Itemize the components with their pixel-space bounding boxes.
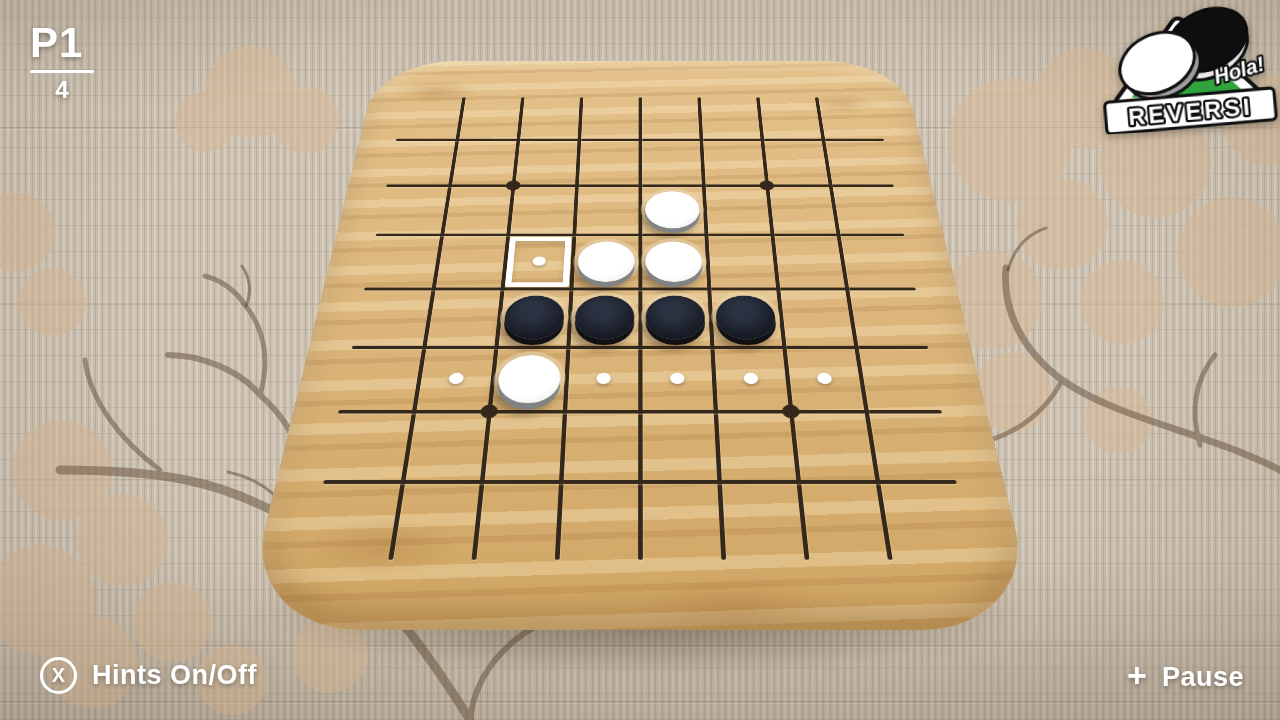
player1-score: 4 xyxy=(30,76,94,104)
hints-toggle-button[interactable]: X Hints On/Off xyxy=(40,657,257,694)
black-disc xyxy=(503,296,566,340)
cell-d6[interactable] xyxy=(565,347,640,411)
cell-c6[interactable] xyxy=(489,347,568,411)
cell-d4[interactable] xyxy=(571,235,640,289)
black-disc xyxy=(574,296,634,340)
player1-label: P1 xyxy=(30,20,94,66)
white-disc xyxy=(577,241,635,281)
legal-move-hint-dot xyxy=(816,373,832,384)
black-disc xyxy=(646,296,706,340)
cell-e4[interactable] xyxy=(640,235,709,289)
cell-d5[interactable] xyxy=(568,289,640,348)
hints-label: Hints On/Off xyxy=(92,660,257,691)
legal-move-hint-dot xyxy=(743,373,758,384)
score-divider xyxy=(30,70,94,73)
cell-f6[interactable] xyxy=(712,347,791,411)
legal-move-hint-dot xyxy=(670,373,685,384)
player1-score-panel: P1 4 xyxy=(30,20,94,104)
white-disc xyxy=(645,191,700,228)
cell-e5[interactable] xyxy=(640,289,712,348)
legal-move-hint-dot xyxy=(448,373,464,384)
cells-layer xyxy=(307,97,973,559)
pause-label: Pause xyxy=(1162,662,1244,693)
board-scene xyxy=(0,0,1280,720)
board-grid[interactable] xyxy=(307,97,973,559)
cell-g6[interactable] xyxy=(784,347,866,411)
pause-button[interactable]: + Pause xyxy=(1127,660,1244,694)
cell-b6[interactable] xyxy=(414,347,496,411)
x-button-icon[interactable]: X xyxy=(40,657,77,694)
white-disc xyxy=(645,241,703,281)
cell-e6[interactable] xyxy=(640,347,715,411)
cell-e3[interactable] xyxy=(640,185,706,234)
hola-reversi-logo: Hola! REVERSI xyxy=(1097,0,1280,135)
cell-c5[interactable] xyxy=(496,289,571,348)
legal-move-hint-dot xyxy=(596,373,611,384)
white-disc xyxy=(496,355,562,403)
cell-f5[interactable] xyxy=(709,289,784,348)
reversi-board xyxy=(240,61,1040,630)
black-disc xyxy=(715,296,778,340)
plus-button-icon[interactable]: + xyxy=(1127,658,1147,692)
cell-c4[interactable] xyxy=(502,235,574,289)
x-button-glyph: X xyxy=(52,664,65,687)
